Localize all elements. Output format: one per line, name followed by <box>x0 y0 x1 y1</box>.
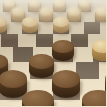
light-piece[interactable] <box>67 7 82 22</box>
light-piece-top <box>53 0 66 7</box>
light-piece-top <box>39 7 54 16</box>
light-piece[interactable] <box>78 0 91 12</box>
light-piece-top <box>92 40 106 53</box>
dark-piece-side <box>105 79 106 98</box>
light-piece-side <box>78 3 91 12</box>
square[interactable] <box>91 3 104 12</box>
light-piece-side <box>53 22 69 33</box>
light-piece-side <box>53 3 66 12</box>
light-piece-top <box>22 17 38 27</box>
square[interactable] <box>11 12 25 22</box>
square[interactable] <box>67 12 81 22</box>
square[interactable] <box>7 22 23 34</box>
board-row <box>0 47 106 62</box>
square[interactable] <box>88 34 106 47</box>
dark-piece-side <box>52 79 80 98</box>
lighting-tint-overlay <box>0 0 106 106</box>
light-piece-side <box>3 3 16 12</box>
square[interactable] <box>36 34 54 47</box>
light-piece-side <box>28 3 41 12</box>
dark-piece-side <box>52 46 73 60</box>
dark-piece-top <box>82 90 106 106</box>
square[interactable] <box>0 34 1 47</box>
square[interactable] <box>78 3 91 12</box>
square[interactable] <box>73 47 93 62</box>
dark-piece[interactable] <box>0 70 27 98</box>
square[interactable] <box>0 62 7 80</box>
dark-piece[interactable] <box>82 90 106 106</box>
square[interactable] <box>0 47 13 62</box>
light-piece-top <box>0 17 7 27</box>
dark-piece[interactable] <box>105 70 106 98</box>
square[interactable] <box>7 62 30 80</box>
square[interactable] <box>80 79 107 100</box>
dark-piece-side <box>0 79 27 98</box>
light-piece[interactable] <box>95 7 106 22</box>
square[interactable] <box>33 47 53 62</box>
board-row <box>0 62 106 80</box>
square[interactable] <box>39 12 53 22</box>
dark-piece-side <box>29 61 53 77</box>
light-piece-top <box>78 0 91 7</box>
square[interactable] <box>106 34 107 47</box>
square[interactable] <box>99 62 106 80</box>
square[interactable] <box>13 47 33 62</box>
dark-piece-top <box>0 70 27 87</box>
vignette-overlay <box>0 0 106 106</box>
light-piece[interactable] <box>11 7 26 22</box>
light-piece-side <box>11 12 26 22</box>
square[interactable] <box>41 3 54 12</box>
checkers-photo <box>0 0 106 106</box>
square[interactable] <box>53 47 73 62</box>
board-row <box>0 22 106 34</box>
board-row <box>0 34 106 47</box>
square[interactable] <box>69 22 85 34</box>
square[interactable] <box>0 100 23 107</box>
light-piece-side <box>67 12 82 22</box>
dark-piece[interactable] <box>22 90 54 106</box>
square[interactable] <box>53 22 69 34</box>
board-row <box>0 12 106 22</box>
light-piece-side <box>22 22 38 33</box>
dark-piece-top <box>22 90 54 106</box>
board-row <box>3 3 103 12</box>
light-piece-top <box>28 0 41 7</box>
light-piece[interactable] <box>28 0 41 12</box>
dark-piece-side <box>22 100 54 106</box>
dark-piece[interactable] <box>29 54 53 78</box>
light-piece-side <box>0 22 7 33</box>
square[interactable] <box>3 3 16 12</box>
overexposure-blur-overlay <box>0 0 106 106</box>
square[interactable] <box>18 34 36 47</box>
light-piece[interactable] <box>53 17 69 33</box>
square[interactable] <box>93 47 106 62</box>
light-piece[interactable] <box>39 7 54 22</box>
light-piece[interactable] <box>53 0 66 12</box>
square[interactable] <box>16 3 29 12</box>
square[interactable] <box>53 62 76 80</box>
light-piece-side <box>92 46 106 60</box>
dark-piece-top <box>0 54 8 69</box>
square[interactable] <box>53 100 83 107</box>
square[interactable] <box>83 100 106 107</box>
dark-piece-top <box>105 70 106 87</box>
light-piece-top <box>11 7 26 16</box>
square[interactable] <box>0 22 7 34</box>
square[interactable] <box>0 79 27 100</box>
dark-piece[interactable] <box>52 70 80 98</box>
light-piece-top <box>53 17 69 27</box>
square[interactable] <box>53 3 66 12</box>
square[interactable] <box>71 34 89 47</box>
dark-piece[interactable] <box>52 40 73 61</box>
light-piece-side <box>39 12 54 22</box>
light-piece-top <box>95 7 106 16</box>
square[interactable] <box>23 100 53 107</box>
square[interactable] <box>25 12 39 22</box>
square[interactable] <box>30 62 53 80</box>
dark-piece-top <box>29 54 53 69</box>
checkers-board <box>0 0 106 106</box>
square[interactable] <box>38 22 54 34</box>
dark-piece-top <box>52 40 73 53</box>
dark-piece-side <box>82 100 106 106</box>
square[interactable] <box>28 3 41 12</box>
square[interactable] <box>100 22 107 34</box>
square[interactable] <box>53 79 80 100</box>
dark-piece[interactable] <box>0 54 8 78</box>
square[interactable] <box>1 34 19 47</box>
light-piece[interactable] <box>92 40 106 61</box>
light-piece-top <box>67 7 82 16</box>
dark-piece-side <box>0 61 8 77</box>
light-piece[interactable] <box>0 17 7 33</box>
board-row <box>0 100 106 107</box>
light-piece[interactable] <box>3 0 16 12</box>
square[interactable] <box>0 12 11 22</box>
pieces-layer <box>0 0 106 106</box>
square[interactable] <box>76 62 99 80</box>
square[interactable] <box>53 12 67 22</box>
square[interactable] <box>22 22 38 34</box>
light-piece-side <box>95 12 106 22</box>
square[interactable] <box>84 22 100 34</box>
light-piece[interactable] <box>22 17 38 33</box>
square[interactable] <box>95 12 106 22</box>
square[interactable] <box>81 12 95 22</box>
light-piece-top <box>3 0 16 7</box>
square[interactable] <box>27 79 54 100</box>
board-row <box>0 79 106 100</box>
square[interactable] <box>53 34 71 47</box>
dark-piece-top <box>52 70 80 87</box>
square[interactable] <box>66 3 79 12</box>
